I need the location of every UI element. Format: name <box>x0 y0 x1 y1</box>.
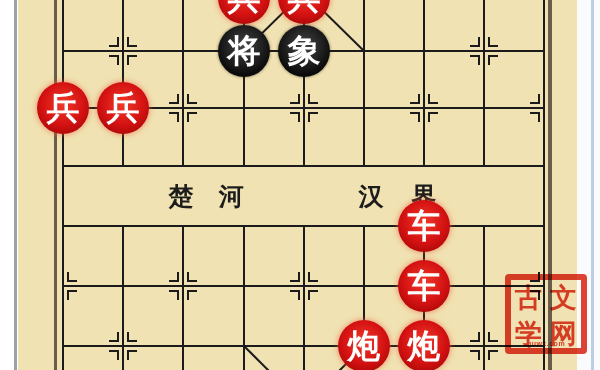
red-soldier[interactable]: 兵 <box>97 82 149 134</box>
black-elephant[interactable]: 象 <box>278 25 330 77</box>
piece-glyph: 车 <box>408 210 441 243</box>
xiangqi-screenshot: 楚河汉界 兵兵将象兵兵车车炮炮 古 文 学 网 guwx.com <box>0 0 600 370</box>
piece-glyph: 兵 <box>288 0 321 15</box>
watermark-url: guwx.com <box>511 340 581 347</box>
piece-glyph: 车 <box>408 270 441 303</box>
watermark-stamp: 古 文 学 网 guwx.com <box>505 274 587 354</box>
piece-glyph: 将 <box>228 35 261 68</box>
piece-glyph: 炮 <box>348 330 381 363</box>
piece-glyph: 象 <box>288 35 321 68</box>
piece-glyph: 兵 <box>228 0 261 15</box>
stamp-char: 文 <box>546 280 581 316</box>
black-general[interactable]: 将 <box>218 25 270 77</box>
piece-glyph: 兵 <box>107 92 140 125</box>
watermark-characters: 古 文 学 网 <box>511 280 581 348</box>
red-soldier[interactable]: 兵 <box>37 82 89 134</box>
red-chariot[interactable]: 车 <box>398 260 450 312</box>
red-cannon[interactable]: 炮 <box>398 320 450 370</box>
red-cannon[interactable]: 炮 <box>338 320 390 370</box>
red-chariot[interactable]: 车 <box>398 200 450 252</box>
red-piece-cut-off[interactable]: 兵 <box>278 0 330 24</box>
red-piece-cut-off[interactable]: 兵 <box>218 0 270 24</box>
piece-glyph: 炮 <box>408 330 441 363</box>
piece-glyph: 兵 <box>47 92 80 125</box>
stamp-char: 古 <box>511 280 546 316</box>
